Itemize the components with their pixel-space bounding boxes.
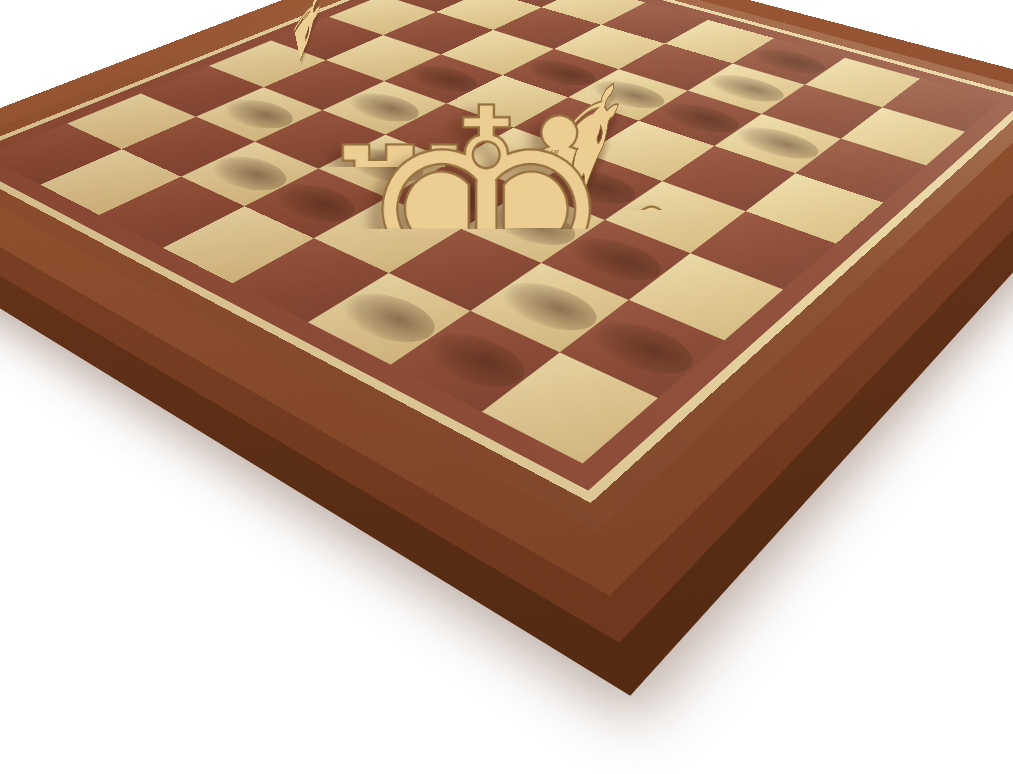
board-frame: ♝♟♟♝♞♟♞♟♟♞♟♝♞♟♟♛♝♟♜♚: [0, 0, 1013, 596]
chess-set-photo: Wooden Staunton chess set in play, photo…: [0, 0, 1013, 774]
white-king-icon: ♚: [249, 0, 723, 367]
